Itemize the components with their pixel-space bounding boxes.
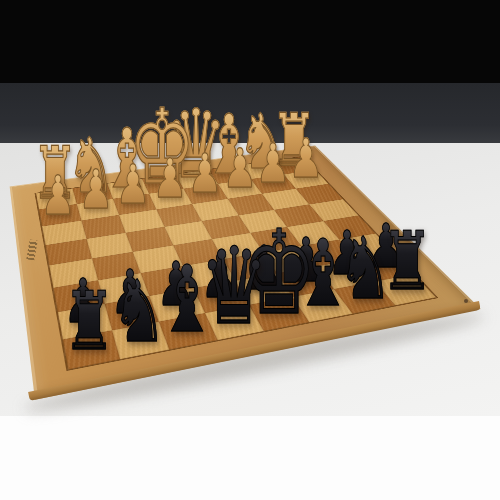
piece-black-rook-h8: ♜ [63,282,115,363]
piece-white-rook-a1: ♜ [271,103,317,175]
piece-white-pawn-g2: ♟ [79,163,114,217]
piece-black-knight-g8: ♞ [111,269,166,354]
piece-black-knight-b8: ♞ [338,225,393,310]
piece-white-pawn-b2: ♟ [256,137,291,191]
piece-white-pawn-e2: ♟ [152,152,187,206]
photo-of-chess-set: ♜♞♝♛♚♝♞♜♟♟♟♟♟♟♟♟♟♟♟♟♟♟♟♟♜♞♝♚♛♝♞♜ [0,0,500,500]
piece-black-pawn-e7: ♟ [201,246,240,306]
piece-black-pawn-a7: ♟ [367,215,406,275]
piece-white-bishop-f1: ♝ [100,118,153,200]
piece-white-pawn-d2: ♟ [188,147,223,201]
piece-black-pawn-g7: ♟ [111,262,150,322]
piece-white-pawn-a2: ♟ [289,133,324,187]
piece-white-pawn-h2: ♟ [41,169,76,223]
piece-black-pawn-f7: ♟ [156,254,195,314]
piece-white-queen-d1: ♛ [165,98,226,193]
piece-white-pawn-f2: ♟ [116,158,151,212]
piece-white-knight-g1: ♞ [67,128,116,204]
piece-black-rook-a8: ♜ [381,221,433,302]
piece-white-bishop-c1: ♝ [203,104,256,186]
piece-black-pawn-h7: ♟ [63,271,102,331]
piece-white-knight-b1: ♞ [237,105,286,181]
piece-black-pawn-d7: ♟ [244,238,283,298]
piece-black-pawn-b7: ♟ [327,223,366,283]
piece-black-bishop-f8: ♝ [157,254,216,346]
piece-black-queen-e8: ♛ [199,232,268,338]
piece-white-pawn-c2: ♟ [222,142,257,196]
piece-white-rook-h1: ♜ [31,137,77,209]
piece-black-bishop-c8: ♝ [293,228,352,320]
piece-white-king-e1: ♚ [128,95,195,199]
pieces-layer: ♜♞♝♛♚♝♞♜♟♟♟♟♟♟♟♟♟♟♟♟♟♟♟♟♜♞♝♚♛♝♞♜ [0,0,500,500]
piece-black-king-d8: ♚ [241,215,316,331]
piece-black-pawn-c7: ♟ [286,230,325,290]
